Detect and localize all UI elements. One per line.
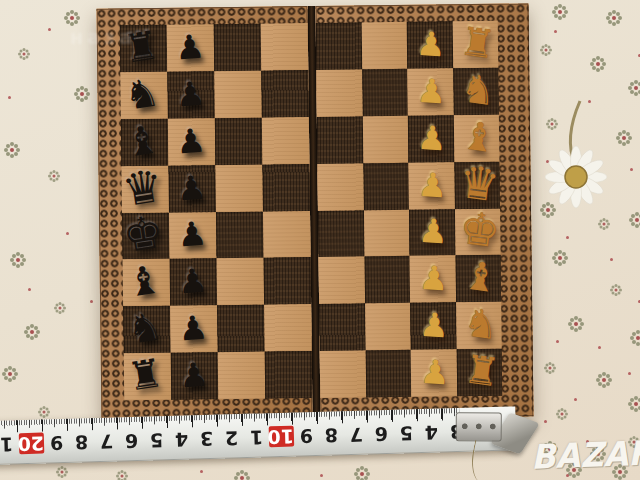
board-square: ♜: [452, 21, 498, 68]
fabric-daisy-motif: [53, 175, 56, 178]
board-square: ♟: [409, 209, 455, 256]
black-pawn: ♟: [176, 217, 208, 252]
fabric-red-dot: [554, 30, 557, 33]
fabric-daisy-motif: [602, 378, 606, 382]
fabric-daisy-motif: [70, 16, 74, 20]
chess-board: ♜♟♞♟♝♟♛♟♚♟♝♟♞♟♜♟ ♟♜♟♞♟♝♟♛♟♚♟♝♟♞♟♜: [96, 3, 533, 421]
board-square: ♞: [456, 302, 502, 349]
board-square: ♟: [169, 212, 217, 259]
fabric-daisy-motif: [615, 289, 618, 292]
board-square: [215, 164, 263, 211]
fabric-daisy-motif: [635, 218, 639, 222]
tape-number: 8: [69, 431, 95, 454]
board-square: ♟: [170, 259, 218, 306]
fabric-red-dot: [66, 232, 69, 235]
black-pawn: ♟: [176, 264, 208, 299]
tape-number: 7: [94, 430, 120, 453]
board-square: [362, 116, 408, 163]
fabric-red-dot: [28, 288, 31, 291]
white-bishop: ♝: [459, 115, 499, 158]
fabric-daisy-motif: [636, 336, 640, 340]
board-square: [365, 303, 411, 350]
fabric-red-dot: [556, 340, 559, 343]
fabric-red-dot: [574, 398, 577, 401]
black-pawn: ♟: [177, 357, 209, 392]
fabric-daisy-motif: [596, 62, 600, 66]
board-square: ♟: [410, 256, 456, 303]
board-square: [264, 257, 312, 304]
fabric-red-dot: [544, 420, 547, 423]
fabric-daisy-motif: [8, 372, 12, 376]
board-square: ♟: [408, 162, 454, 209]
board-square: [217, 258, 265, 305]
tape-number: 8: [319, 424, 345, 447]
black-pawn: ♟: [173, 29, 205, 64]
tape-number: 20: [19, 433, 45, 455]
fabric-daisy-motif: [634, 86, 638, 90]
board-square: [316, 22, 362, 69]
black-knight: ♞: [124, 306, 164, 350]
board-square: ♜: [124, 353, 172, 400]
board-square: ♝: [455, 255, 501, 302]
board-square: [262, 164, 310, 211]
fabric-red-dot: [598, 346, 601, 349]
black-queen: ♛: [120, 162, 167, 213]
fabric-daisy-motif: [240, 476, 244, 480]
board-square: ♟: [407, 68, 453, 115]
fabric-daisy-motif: [360, 472, 364, 476]
white-pawn: ♟: [417, 214, 448, 249]
tape-number: 9: [294, 425, 320, 448]
board-square: [261, 23, 309, 70]
tape-number: 4: [169, 428, 195, 451]
board-square: ♟: [410, 303, 456, 350]
board-square: [214, 71, 262, 118]
white-knight: ♞: [458, 68, 498, 111]
board-square: [362, 69, 408, 116]
photo-of-chess-set: ♜♟♞♟♝♟♛♟♚♟♝♟♞♟♜♟ ♟♜♟♞♟♝♟♛♟♚♟♝♟♞♟♜ 120987…: [0, 0, 640, 480]
tape-number: 10: [269, 426, 295, 448]
fabric-red-dot: [320, 474, 323, 477]
tape-number: 2: [219, 427, 245, 450]
black-pawn: ♟: [174, 76, 206, 111]
fabric-daisy-motif: [634, 402, 638, 406]
fabric-red-dot: [610, 258, 613, 261]
board-square: [264, 304, 312, 351]
white-pawn: ♟: [419, 355, 450, 390]
fabric-daisy-motif: [545, 49, 548, 52]
board-square: ♝: [453, 114, 499, 161]
board-square: [365, 350, 411, 397]
tape-number: 3: [194, 428, 220, 451]
board-square: [218, 352, 266, 399]
black-pawn: ♟: [174, 123, 206, 158]
faint-watermark: наза: [70, 26, 136, 48]
board-square: ♟: [170, 305, 218, 352]
fabric-daisy-motif: [603, 223, 606, 226]
fabric-red-dot: [566, 236, 569, 239]
board-square: ♟: [407, 21, 453, 68]
fabric-daisy-motif: [561, 413, 564, 416]
board-square: [217, 305, 265, 352]
board-square: [263, 211, 311, 258]
white-bishop: ♝: [460, 256, 500, 299]
black-rook: ♜: [125, 353, 165, 397]
white-rook: ♜: [458, 21, 498, 64]
daisy-center: [565, 166, 587, 188]
fabric-daisy-motif: [30, 330, 34, 334]
board-square: [317, 116, 363, 163]
fabric-red-dot: [8, 96, 11, 99]
white-knight: ♞: [461, 302, 501, 345]
fabric-red-dot: [628, 372, 631, 375]
black-bishop: ♝: [124, 259, 164, 303]
board-square: ♞: [123, 306, 171, 353]
bazar-logo-watermark: BAZAR: [530, 433, 640, 477]
fabric-daisy-motif: [612, 16, 616, 20]
black-king: ♚: [120, 209, 167, 260]
board-left-panel: ♜♟♞♟♝♟♛♟♚♟♝♟♞♟♜♟: [96, 6, 312, 422]
dried-daisy-flower: [534, 100, 626, 216]
tape-number: 4: [419, 421, 445, 444]
board-square: [320, 351, 366, 398]
fabric-daisy-motif: [10, 148, 14, 152]
board-square: ♟: [167, 24, 215, 71]
board-square: ♚: [454, 208, 500, 255]
fabric-daisy-motif: [80, 92, 84, 96]
tape-number: 5: [144, 429, 170, 452]
board-square: ♚: [122, 212, 170, 259]
tape-number: 5: [394, 422, 420, 445]
tape-measure: 120987654321109876543: [0, 406, 516, 465]
fabric-daisy-motif: [558, 10, 562, 14]
fabric-red-dot: [90, 300, 93, 303]
white-pawn: ♟: [416, 74, 447, 109]
board-square: ♟: [408, 115, 454, 162]
board-square: ♟: [411, 349, 457, 396]
fabric-daisy-motif: [558, 256, 562, 260]
board-square: ♝: [121, 119, 169, 166]
board-square: [216, 211, 264, 258]
fabric-daisy-motif: [121, 475, 124, 478]
white-pawn: ♟: [416, 121, 447, 156]
white-king: ♚: [457, 205, 503, 255]
board-square: ♟: [167, 71, 215, 118]
board-square: ♟: [171, 352, 219, 399]
white-pawn: ♟: [418, 261, 449, 296]
white-pawn: ♟: [415, 27, 446, 62]
black-knight: ♞: [122, 72, 162, 116]
board-square: [317, 163, 363, 210]
board-square: [262, 117, 310, 164]
tape-number: 7: [344, 423, 370, 446]
black-pawn: ♟: [177, 311, 209, 346]
board-square: ♜: [456, 349, 502, 396]
fabric-daisy-motif: [574, 322, 578, 326]
board-square: [316, 69, 362, 116]
white-pawn: ♟: [417, 167, 448, 202]
board-square: [265, 351, 313, 398]
board-square: ♛: [454, 161, 500, 208]
board-square: [364, 256, 410, 303]
fabric-daisy-motif: [43, 411, 46, 414]
board-square: ♞: [120, 72, 168, 119]
board-square: [318, 210, 364, 257]
tape-number: 6: [369, 423, 395, 446]
board-square: ♟: [168, 118, 216, 165]
board-square: [363, 162, 409, 209]
black-bishop: ♝: [122, 119, 162, 163]
board-square: [319, 257, 365, 304]
fabric-red-dot: [48, 28, 51, 31]
black-pawn: ♟: [175, 170, 207, 205]
fabric-daisy-motif: [59, 307, 62, 310]
board-right-panel: ♟♜♟♞♟♝♟♛♟♚♟♝♟♞♟♜: [315, 3, 533, 419]
board-square: [363, 209, 409, 256]
fabric-daisy-motif: [23, 53, 26, 56]
board-square: ♞: [453, 68, 499, 115]
board-square: [215, 117, 263, 164]
board-left-grid: ♜♟♞♟♝♟♛♟♚♟♝♟♞♟♜♟: [120, 23, 313, 400]
board-square: [214, 24, 262, 71]
fabric-red-dot: [200, 470, 203, 473]
board-square: [261, 70, 309, 117]
tape-number: 1: [244, 426, 270, 449]
tape-number: 6: [119, 430, 145, 453]
board-square: [361, 22, 407, 69]
tape-number: 9: [44, 432, 70, 455]
fabric-daisy-motif: [549, 367, 552, 370]
fabric-red-dot: [630, 168, 633, 171]
white-rook: ♜: [462, 349, 502, 392]
white-pawn: ♟: [418, 308, 449, 343]
fabric-daisy-motif: [61, 471, 64, 474]
fabric-daisy-motif: [16, 258, 20, 262]
board-right-grid: ♟♜♟♞♟♝♟♛♟♚♟♝♟♞♟♜: [316, 21, 503, 398]
board-square: ♝: [123, 259, 171, 306]
tape-metal-hook: [456, 412, 502, 441]
board-square: ♟: [168, 165, 216, 212]
board-square: [319, 304, 365, 351]
tape-number: 1: [0, 433, 19, 456]
